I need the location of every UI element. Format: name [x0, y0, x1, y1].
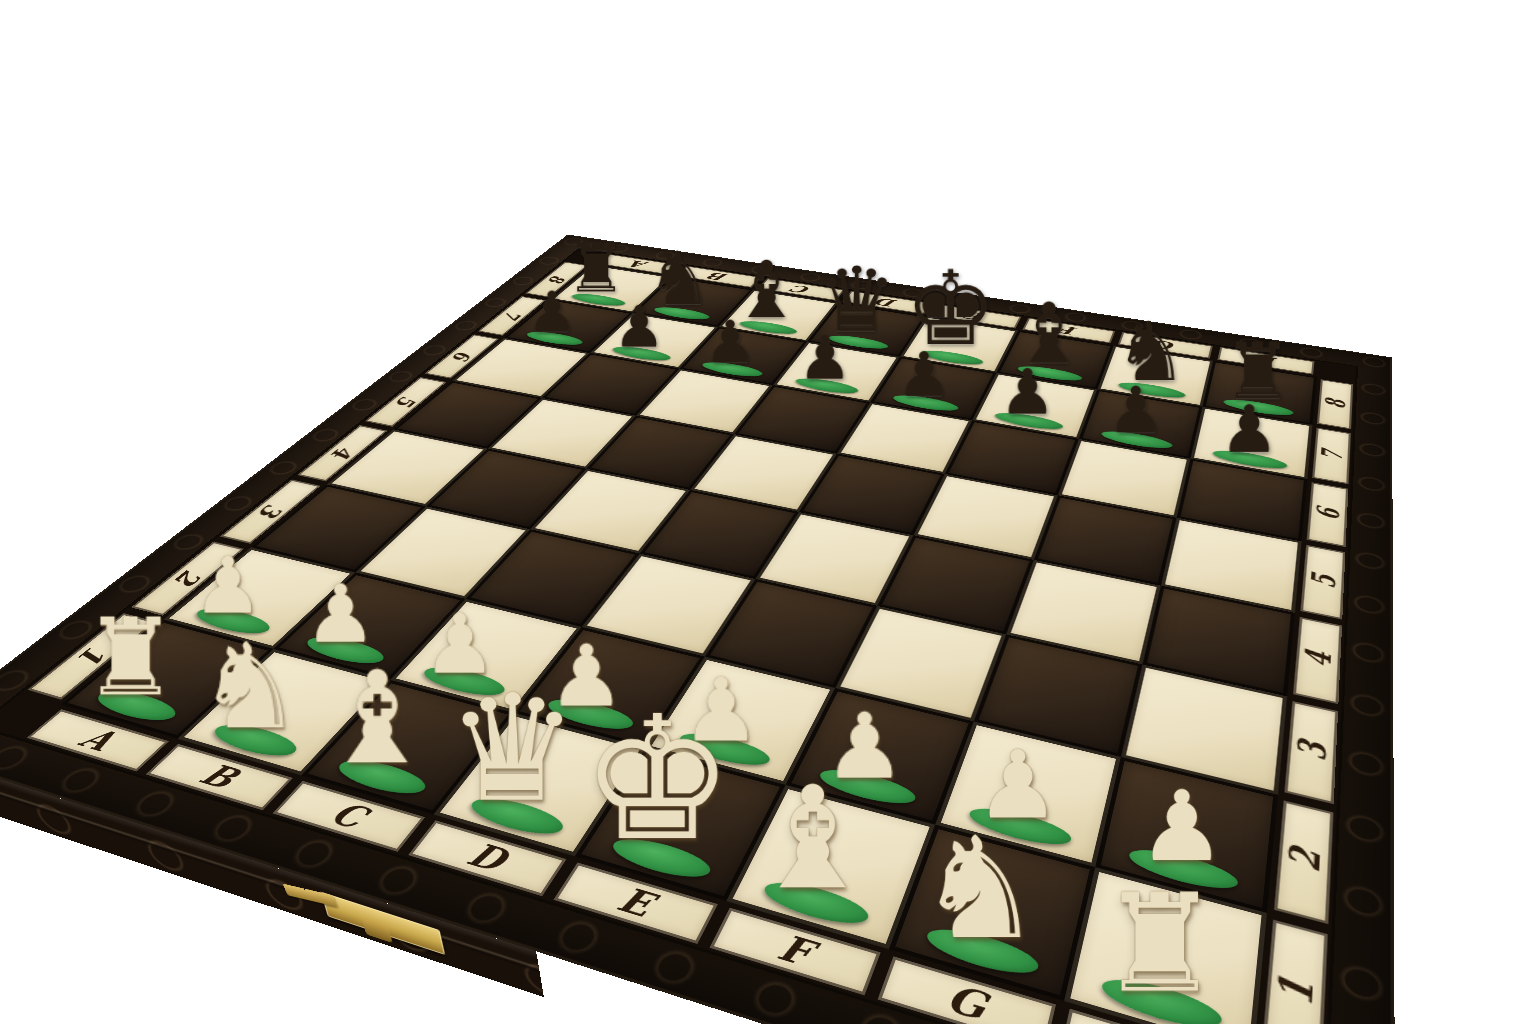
square-b4[interactable]	[426, 449, 586, 530]
rank-label-7-right-text: 7	[1318, 448, 1347, 462]
piece-white-queen[interactable]: ♛	[447, 675, 579, 822]
piece-black-pawn[interactable]: ♟	[1107, 379, 1165, 443]
file-label-a-bottom-text: A	[73, 724, 123, 755]
piece-white-knight[interactable]: ♞	[917, 818, 1043, 958]
piece-white-knight[interactable]: ♞	[197, 627, 303, 745]
piece-black-pawn[interactable]: ♟	[527, 284, 577, 340]
rank-label-5-left-text: 5	[391, 395, 423, 407]
piece-black-pawn[interactable]: ♟	[614, 298, 666, 355]
board-grid: ABCDEFGH8♜♞♝♛♚♝♞♜87♟♟♟♟♟♟♟♟7665544332♟♟♟…	[0, 248, 1358, 1024]
rank-label-8-right-text: 8	[1322, 397, 1350, 410]
piece-white-pawn[interactable]: ♟	[1138, 778, 1225, 875]
square-g1[interactable]: ♞	[889, 825, 1095, 1001]
rank-label-3-left-text: 3	[253, 502, 290, 518]
rank-label-1-right-text: 1	[1272, 972, 1320, 1010]
rank-label-5-right-text: 5	[1307, 571, 1341, 590]
piece-white-rook[interactable]: ♜	[1099, 876, 1220, 1011]
piece-white-pawn[interactable]: ♟	[193, 547, 263, 625]
rank-label-4-left-text: 4	[327, 445, 361, 459]
piece-black-pawn[interactable]: ♟	[1000, 361, 1056, 424]
piece-black-pawn[interactable]: ♟	[704, 313, 757, 372]
rank-label-8-right: 8	[1317, 379, 1353, 429]
rank-label-4-right-text: 4	[1300, 648, 1336, 670]
file-label-c-bottom: C	[273, 781, 426, 852]
photo-background: ABCDEFGH8♜♞♝♛♚♝♞♜87♟♟♟♟♟♟♟♟7665544332♟♟♟…	[0, 0, 1537, 1024]
piece-black-pawn[interactable]: ♟	[897, 344, 952, 405]
file-label-e-bottom: E	[554, 862, 718, 944]
piece-black-pawn[interactable]: ♟	[1220, 397, 1279, 463]
rank-label-2-right: 2	[1274, 800, 1333, 924]
rank-label-3-right-text: 3	[1293, 737, 1333, 763]
piece-white-bishop[interactable]: ♝	[749, 768, 876, 910]
file-label-g-bottom-text: G	[942, 979, 990, 1024]
file-label-c-bottom-text: C	[324, 798, 374, 833]
board-frame: ABCDEFGH8♜♞♝♛♚♝♞♜87♟♟♟♟♟♟♟♟7665544332♟♟♟…	[0, 235, 1396, 1024]
chess-board: ABCDEFGH8♜♞♝♛♚♝♞♜87♟♟♟♟♟♟♟♟7665544332♟♟♟…	[0, 235, 1396, 1024]
rank-label-6-right: 6	[1307, 482, 1349, 547]
piece-white-king[interactable]: ♚	[581, 693, 734, 864]
file-label-f-bottom-text: F	[773, 929, 817, 971]
file-label-d-bottom-text: D	[461, 838, 512, 876]
file-label-b-bottom-text: B	[193, 760, 244, 793]
piece-black-pawn[interactable]: ♟	[798, 328, 852, 388]
rank-label-6-right-text: 6	[1313, 505, 1344, 521]
rank-label-3-right: 3	[1285, 701, 1339, 804]
rank-label-6-left-text: 6	[448, 350, 478, 361]
piece-white-bishop[interactable]: ♝	[320, 655, 435, 783]
rank-label-2-right-text: 2	[1283, 844, 1327, 875]
file-label-e-bottom-text: E	[612, 882, 659, 922]
rank-label-7-left-text: 7	[499, 310, 527, 320]
rank-label-5-right: 5	[1301, 545, 1346, 620]
rank-label-4-right: 4	[1293, 617, 1342, 704]
rank-label-1-right: 1	[1262, 920, 1328, 1024]
piece-white-rook[interactable]: ♜	[83, 604, 179, 711]
rank-label-7-right: 7	[1312, 428, 1351, 485]
